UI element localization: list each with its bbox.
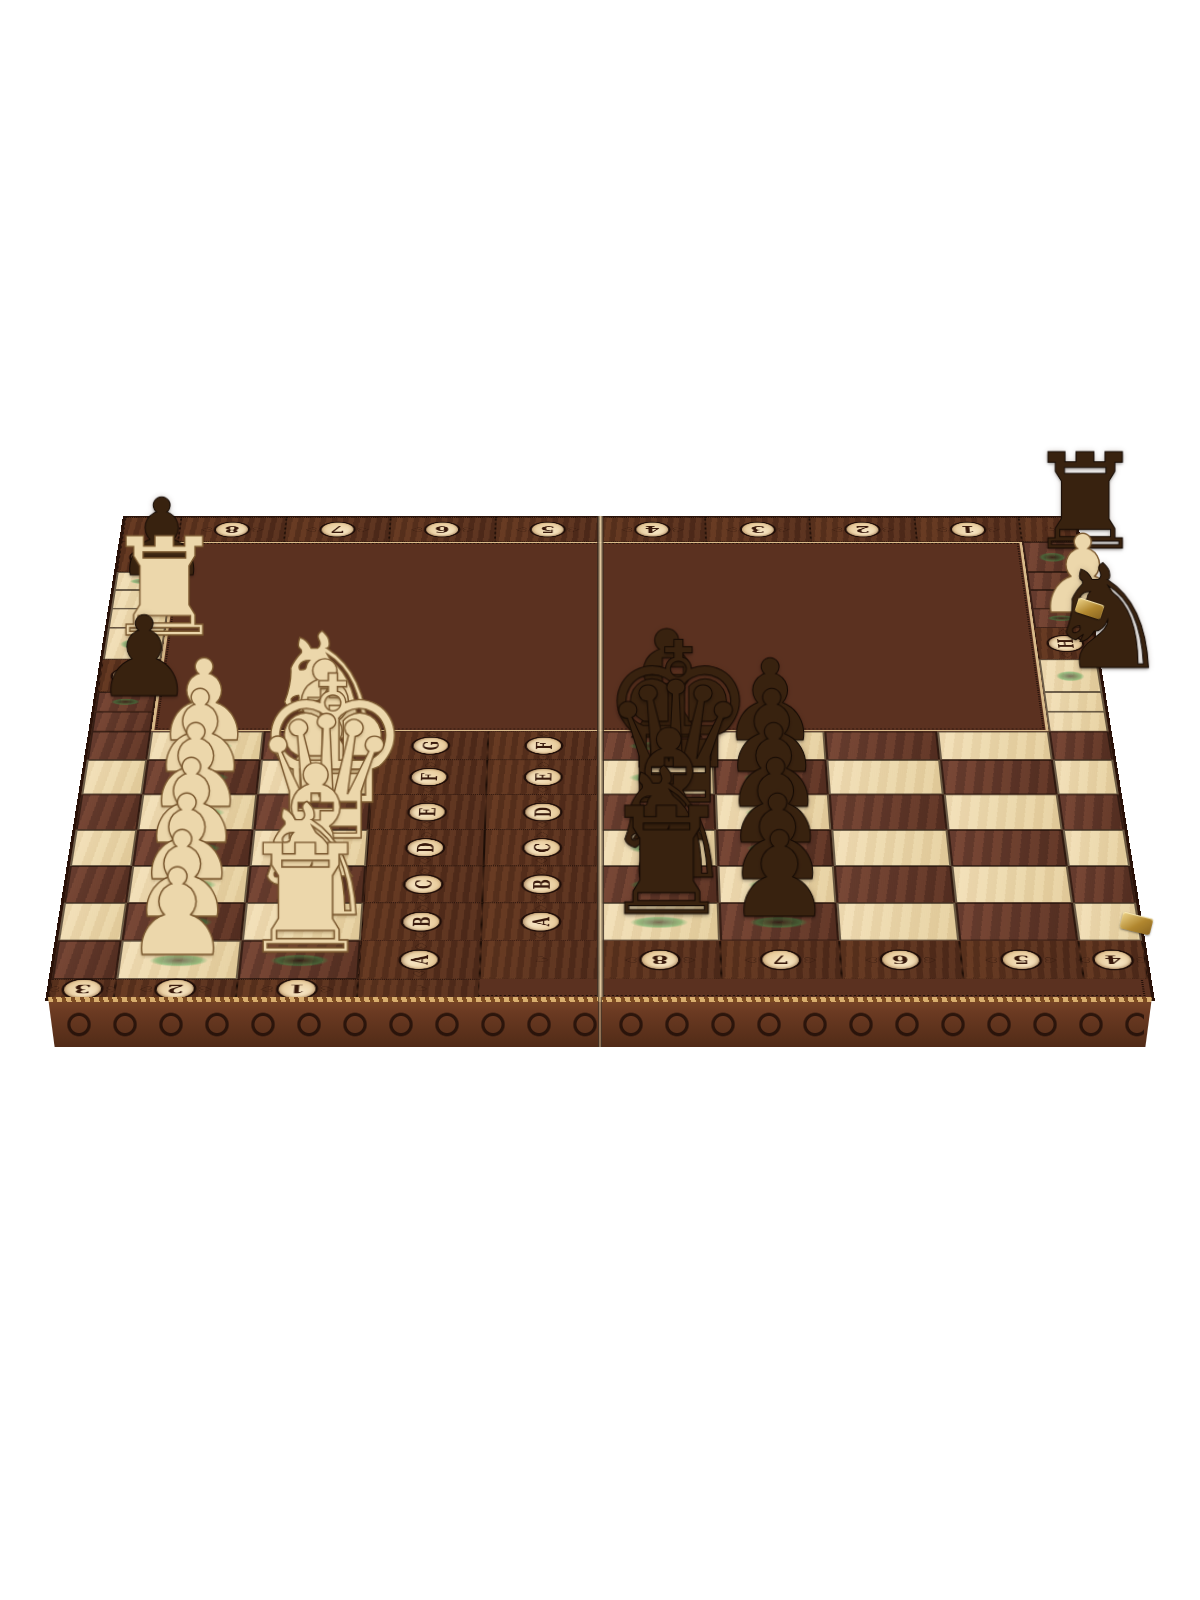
scroll-ornament-icon: ♡: [422, 787, 436, 794]
square-e6[interactable]: [826, 760, 943, 795]
scroll-ornament-icon: ♡: [534, 866, 548, 874]
left-file-label-F: ♡F♡: [487, 732, 600, 760]
file-medallion: A: [401, 951, 438, 969]
square-b5[interactable]: [951, 866, 1073, 903]
frame-corner-ornament: ♡: [357, 979, 479, 999]
scroll-ornament-icon: ♡: [537, 729, 551, 736]
scroll-ornament-icon: ♡: [408, 527, 422, 533]
square-g4[interactable]: [1046, 712, 1109, 732]
rank-medallion: 7: [321, 523, 354, 537]
square-c4[interactable]: [1063, 830, 1130, 866]
scroll-ornament-icon: ♡: [252, 527, 267, 533]
left-file-label-D: ♡D♡: [484, 794, 600, 829]
square-e5[interactable]: [940, 760, 1058, 795]
scroll-ornament-icon: ♡: [414, 932, 429, 940]
product-photo-stage: ♡♡8♡♡7♡♡6♡♡5♡♡4♡♡3♡♡2♡♡1♡♡♡H♡♜♟♟♜♡H♡♡G♡♞…: [0, 0, 1200, 1600]
scroll-ornament-icon: ♡: [535, 822, 549, 829]
far-rank-label-5: ♡5♡: [494, 517, 600, 542]
scroll-ornament-icon: ♡: [534, 895, 548, 903]
scroll-ornament-icon: ♡: [537, 755, 551, 762]
square-a1[interactable]: ♜: [237, 941, 361, 980]
left-file-label-C: ♡C♡: [483, 830, 600, 866]
scroll-ornament-icon: ♡: [514, 527, 528, 533]
file-medallion: E: [410, 804, 446, 821]
scroll-ornament-icon: ♡: [198, 985, 215, 992]
scroll-ornament-icon: ♡: [829, 527, 843, 533]
scroll-ornament-icon: ♡: [982, 956, 999, 963]
square-b4[interactable]: [1068, 866, 1136, 903]
file-medallion: D: [407, 839, 443, 856]
scroll-ornament-icon: ♡: [423, 760, 437, 767]
scroll-ornament-icon: ♡: [1135, 956, 1152, 963]
square-a6[interactable]: [836, 903, 958, 941]
front-edge-fold-seam: [598, 997, 602, 1047]
piece-black-pawn-a7[interactable]: ♟: [719, 815, 838, 934]
rank-medallion: 7: [762, 951, 799, 969]
scroll-ornament-icon: ♡: [742, 956, 758, 963]
scroll-ornament-icon: ♡: [533, 932, 547, 940]
square-f5[interactable]: [937, 732, 1053, 760]
scroll-ornament-icon: ♡: [411, 971, 426, 979]
rank-medallion: 1: [278, 980, 316, 999]
scroll-ornament-icon: ♡: [425, 729, 439, 736]
square-e4[interactable]: [1053, 760, 1119, 795]
square-g6[interactable]: [1043, 692, 1105, 712]
scroll-ornament-icon: ♡: [536, 760, 550, 767]
rank-medallion: 5: [531, 523, 563, 537]
frame-corner-ornament: ♡: [479, 941, 600, 980]
rank-medallion: 3: [741, 523, 773, 537]
scroll-ornament-icon: ♡: [529, 954, 551, 965]
square-a7[interactable]: ♟: [718, 903, 839, 941]
file-medallion: D: [525, 804, 560, 821]
scroll-ornament-icon: ♡: [803, 956, 819, 963]
scroll-ornament-icon: ♡: [536, 795, 550, 802]
file-medallion: G: [413, 738, 448, 754]
scroll-ornament-icon: ♡: [419, 830, 433, 837]
scroll-ornament-icon: ♡: [567, 527, 581, 533]
piece-black-rook-a8[interactable]: ♜: [600, 788, 719, 937]
square-d4[interactable]: [1058, 794, 1125, 829]
scroll-ornament-icon: ♡: [462, 527, 476, 533]
scroll-ornament-icon: ♡: [619, 527, 633, 533]
near-rank-label-4: ♡4♡: [1078, 941, 1148, 980]
board-front-edge: [48, 997, 1152, 1047]
chess-board: ♡♡8♡♡7♡♡6♡♡5♡♡4♡♡3♡♡2♡♡1♡♡♡H♡♜♟♟♜♡H♡♡G♡♞…: [49, 517, 1152, 999]
rank-medallion: 6: [426, 523, 458, 537]
scroll-ornament-icon: ♡: [303, 527, 318, 533]
scroll-ornament-icon: ♡: [987, 527, 1002, 533]
right-file-label-A: ♡A♡: [358, 941, 480, 980]
near-rank-label-2: ♡2♡: [113, 979, 237, 999]
scroll-ornament-icon: ♡: [257, 985, 274, 992]
square-b6[interactable]: [834, 866, 955, 903]
scroll-ornament-icon: ♡: [423, 755, 437, 762]
far-rank-label-3: ♡3♡: [705, 517, 811, 542]
file-medallion: B: [523, 876, 559, 893]
far-rank-label-7: ♡7♡: [283, 517, 390, 542]
scroll-ornament-icon: ♡: [923, 956, 940, 963]
scroll-ornament-icon: ♡: [136, 985, 153, 992]
rank-medallion: 4: [637, 523, 669, 537]
near-rank-label-8: ♡8♡: [600, 941, 721, 980]
scroll-ornament-icon: ♡: [319, 985, 336, 992]
square-d5[interactable]: [943, 794, 1062, 829]
scroll-ornament-icon: ♡: [621, 956, 637, 963]
scroll-ornament-icon: ♡: [683, 956, 699, 963]
scroll-ornament-icon: ♡: [1074, 956, 1091, 963]
scroll-ornament-icon: ♡: [413, 941, 428, 949]
scroll-ornament-icon: ♡: [672, 527, 686, 533]
far-rank-label-6: ♡6♡: [389, 517, 495, 542]
scroll-ornament-icon: ♡: [43, 985, 60, 992]
scroll-ornament-icon: ♡: [777, 527, 791, 533]
piece-white-rook-a1[interactable]: ♜: [238, 825, 359, 975]
file-medallion: C: [524, 839, 559, 856]
near-rank-label-3: ♡3♡: [49, 979, 117, 999]
file-medallion: C: [405, 876, 441, 893]
rank-medallion: 2: [846, 523, 879, 537]
scroll-ornament-icon: ♡: [418, 858, 432, 866]
rank-medallion: 3: [63, 980, 102, 999]
square-a8[interactable]: ♜: [600, 903, 720, 941]
file-medallion: E: [526, 769, 561, 785]
near-rank-label-7: ♡7♡: [720, 941, 842, 980]
scroll-ornament-icon: ♡: [724, 527, 738, 533]
near-rank-label-6: ♡6♡: [839, 941, 963, 980]
rank-medallion: 8: [642, 951, 679, 969]
scroll-ornament-icon: ♡: [415, 903, 430, 911]
square-f4[interactable]: [1049, 732, 1113, 760]
square-c6[interactable]: [831, 830, 950, 866]
square-c5[interactable]: [947, 830, 1068, 866]
scroll-ornament-icon: ♡: [934, 527, 949, 533]
file-medallion: A: [522, 913, 558, 931]
scroll-ornament-icon: ♡: [421, 795, 435, 802]
scroll-ornament-icon: ♡: [407, 984, 429, 995]
scroll-ornament-icon: ♡: [882, 527, 897, 533]
square-a5[interactable]: [955, 903, 1079, 941]
scroll-ornament-icon: ♡: [536, 787, 550, 794]
near-rank-label-1: ♡1♡: [235, 979, 358, 999]
rank-medallion: 1: [951, 523, 984, 537]
scroll-ornament-icon: ♡: [535, 830, 549, 837]
file-medallion: B: [403, 913, 440, 931]
left-file-label-E: ♡E♡: [486, 760, 600, 795]
far-rank-label-2: ♡2♡: [809, 517, 916, 542]
left-file-label-A: ♡A♡: [480, 903, 600, 941]
scroll-ornament-icon: ♡: [862, 956, 879, 963]
square-a3[interactable]: [52, 941, 122, 980]
far-rank-label-1: ♡1♡: [914, 517, 1022, 542]
rank-medallion: 6: [882, 951, 920, 969]
square-d6[interactable]: [829, 794, 947, 829]
piece-white-pawn-a2[interactable]: ♟: [117, 852, 238, 972]
rank-medallion: 4: [1094, 951, 1133, 969]
square-g8[interactable]: ♞: [1039, 659, 1103, 691]
rank-medallion: 5: [1002, 951, 1041, 969]
rank-medallion: 2: [156, 980, 195, 999]
scroll-ornament-icon: ♡: [1043, 956, 1060, 963]
square-f6[interactable]: [824, 732, 939, 760]
scroll-ornament-icon: ♡: [357, 527, 371, 533]
far-rank-label-4: ♡4♡: [600, 517, 706, 542]
left-file-label-B: ♡B♡: [482, 866, 600, 903]
scroll-ornament-icon: ♡: [416, 895, 431, 903]
scroll-ornament-icon: ♡: [417, 866, 431, 874]
near-rank-label-5: ♡5♡: [959, 941, 1084, 980]
square-a2[interactable]: ♟: [116, 941, 241, 980]
scroll-ornament-icon: ♡: [535, 858, 549, 866]
scroll-ornament-icon: ♡: [534, 903, 548, 911]
file-medallion: F: [526, 738, 560, 754]
file-medallion: F: [412, 769, 447, 785]
scroll-ornament-icon: ♡: [420, 822, 434, 829]
